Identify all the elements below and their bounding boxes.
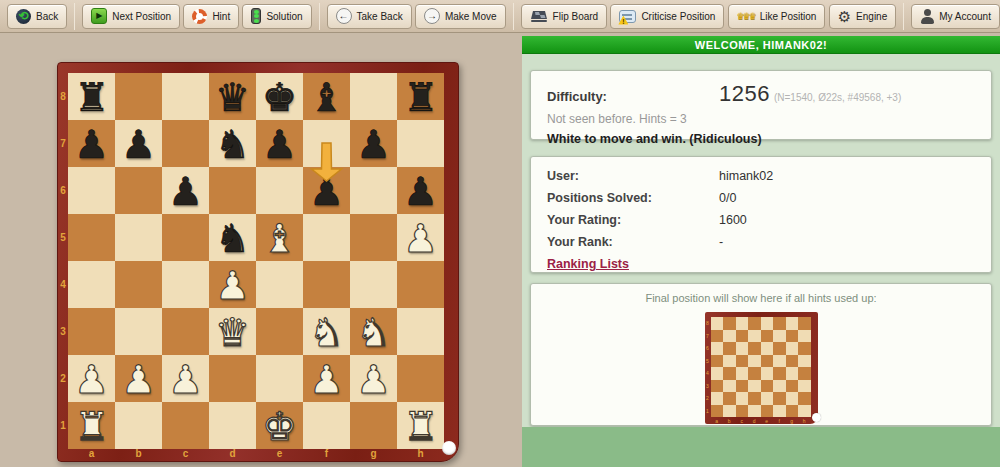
mini-square [761, 392, 774, 405]
square-d8[interactable]: ♛ [209, 73, 256, 120]
mini-square [711, 330, 724, 343]
mini-square [786, 330, 799, 343]
mini-square [748, 355, 761, 368]
square-h1[interactable]: ♜ [397, 402, 444, 449]
welcome-banner: WELCOME, HIMANK02! [522, 36, 1000, 54]
piece-black-rook[interactable]: ♜ [397, 73, 444, 120]
rating-row: Your Rating: 1600 [531, 209, 991, 231]
mini-square [773, 367, 786, 380]
rank-row: Your Rank: - [531, 231, 991, 253]
square-d4[interactable]: ♟ [209, 261, 256, 308]
piece-black-knight[interactable]: ♞ [209, 120, 256, 167]
square-g2[interactable]: ♟ [350, 355, 397, 402]
rank-label-1: 1 [58, 402, 68, 449]
mini-square [786, 355, 799, 368]
mini-square [736, 317, 749, 330]
square-b3[interactable] [115, 308, 162, 355]
square-f8[interactable]: ♝ [303, 73, 350, 120]
piece-white-pawn[interactable]: ♟ [68, 355, 115, 402]
positions-solved-row: Positions Solved: 0/0 [531, 187, 991, 209]
mini-square [773, 380, 786, 393]
square-b6[interactable] [115, 167, 162, 214]
traffic-light-icon [251, 8, 261, 24]
piece-black-knight[interactable]: ♞ [209, 214, 256, 261]
mini-square [761, 380, 774, 393]
flip-board-icon [530, 10, 548, 23]
square-a6[interactable] [68, 167, 115, 214]
square-c3[interactable] [162, 308, 209, 355]
mini-square [711, 342, 724, 355]
square-h8[interactable]: ♜ [397, 73, 444, 120]
mini-square [773, 342, 786, 355]
mini-square [723, 392, 736, 405]
mini-square [786, 367, 799, 380]
like-position-label: Like Position [760, 11, 817, 22]
square-g5[interactable] [350, 214, 397, 261]
final-position-note: Final position will show here if all hin… [531, 284, 991, 304]
mini-square [748, 330, 761, 343]
mini-square [773, 317, 786, 330]
mini-square [711, 355, 724, 368]
file-label-e: e [256, 448, 303, 460]
square-h7[interactable] [397, 120, 444, 167]
rank-label-3: 3 [58, 308, 68, 355]
lifebuoy-icon [192, 9, 207, 24]
user-row: User: himank02 [531, 165, 991, 187]
file-label-b: b [115, 448, 162, 460]
piece-black-bishop[interactable]: ♝ [303, 73, 350, 120]
square-c1[interactable] [162, 402, 209, 449]
my-account-label: My Account [939, 11, 991, 22]
mini-square [798, 380, 811, 393]
square-b1[interactable] [115, 402, 162, 449]
square-b4[interactable] [115, 261, 162, 308]
mini-square [736, 355, 749, 368]
toolbar-separator [74, 3, 75, 30]
mini-square [748, 317, 761, 330]
square-c8[interactable] [162, 73, 209, 120]
square-a1[interactable]: ♜ [68, 402, 115, 449]
mini-file-label: e [761, 418, 774, 424]
mini-square [736, 367, 749, 380]
square-f4[interactable] [303, 261, 350, 308]
square-d2[interactable] [209, 355, 256, 402]
mini-board: 87654321 abcdefgh [705, 312, 818, 424]
square-c6[interactable]: ♟ [162, 167, 209, 214]
rank-label-6: 6 [58, 167, 68, 214]
mini-square [723, 367, 736, 380]
mini-square [786, 342, 799, 355]
square-h4[interactable] [397, 261, 444, 308]
toolbar-separator [903, 3, 904, 30]
rank-label-4: 4 [58, 261, 68, 308]
panel-bottom-strip [522, 427, 1000, 467]
square-d5[interactable]: ♞ [209, 214, 256, 261]
piece-black-pawn[interactable]: ♟ [68, 120, 115, 167]
mini-square [711, 392, 724, 405]
mini-square [798, 330, 811, 343]
piece-white-pawn[interactable]: ♟ [162, 355, 209, 402]
square-g4[interactable] [350, 261, 397, 308]
piece-white-pawn[interactable]: ♟ [350, 355, 397, 402]
mini-square [786, 392, 799, 405]
mini-square [773, 392, 786, 405]
rank-label: Your Rank: [547, 235, 719, 249]
rating-label: Your Rating: [547, 213, 719, 227]
mini-side-indicator [812, 413, 821, 422]
piece-black-queen[interactable]: ♛ [209, 73, 256, 120]
mini-square [798, 342, 811, 355]
square-c7[interactable] [162, 120, 209, 167]
flip-board-button[interactable]: Flip Board [521, 4, 608, 29]
piece-white-rook[interactable]: ♜ [397, 402, 444, 449]
mini-square [723, 380, 736, 393]
mini-square [711, 367, 724, 380]
file-labels: abcdefgh [68, 448, 444, 460]
rank-label-8: 8 [58, 73, 68, 120]
mini-square [773, 405, 786, 418]
mini-square [736, 392, 749, 405]
square-a3[interactable] [68, 308, 115, 355]
take-back-button[interactable]: ← Take Back [327, 4, 412, 29]
file-label-c: c [162, 448, 209, 460]
task-line: White to move and win. (Ridiculous) [531, 126, 991, 146]
user-value: himank02 [719, 169, 773, 183]
mini-square [723, 330, 736, 343]
mini-file-label: b [723, 418, 736, 424]
square-d6[interactable] [209, 167, 256, 214]
mini-square [798, 317, 811, 330]
square-d3[interactable]: ♛ [209, 308, 256, 355]
back-label: Back [36, 11, 58, 22]
arrow-left-icon: ← [336, 8, 352, 24]
difficulty-label: Difficulty: [547, 89, 719, 104]
square-e6[interactable] [256, 167, 303, 214]
square-h3[interactable] [397, 308, 444, 355]
back-icon: ⟲ [16, 9, 31, 24]
final-position-card: Final position will show here if all hin… [530, 283, 992, 426]
stats-card: User: himank02 Positions Solved: 0/0 You… [530, 156, 992, 273]
square-a7[interactable]: ♟ [68, 120, 115, 167]
piece-white-pawn[interactable]: ♟ [303, 355, 350, 402]
mini-file-label: d [748, 418, 761, 424]
mini-square [748, 342, 761, 355]
difficulty-card: Difficulty: 1256 (N=1540, Ø22s, #49568, … [530, 70, 992, 140]
mini-file-label: h [798, 418, 811, 424]
square-f5[interactable] [303, 214, 350, 261]
square-g3[interactable]: ♞ [350, 308, 397, 355]
square-e1[interactable]: ♚ [256, 402, 303, 449]
make-move-button[interactable]: → Make Move [415, 4, 506, 29]
difficulty-meta: (N=1540, Ø22s, #49568, +3) [774, 92, 901, 103]
square-c5[interactable] [162, 214, 209, 261]
info-panel: WELCOME, HIMANK02! Difficulty: 1256 (N=1… [522, 36, 1000, 467]
square-e3[interactable] [256, 308, 303, 355]
mini-square [761, 342, 774, 355]
rank-label-5: 5 [58, 214, 68, 261]
my-account-button[interactable]: My Account [911, 4, 1000, 29]
mini-square [723, 355, 736, 368]
piece-black-king[interactable]: ♚ [256, 73, 303, 120]
mini-square [786, 317, 799, 330]
square-f2[interactable]: ♟ [303, 355, 350, 402]
mini-square [773, 355, 786, 368]
rank-label-7: 7 [58, 120, 68, 167]
mini-file-label: g [786, 418, 799, 424]
mini-square [736, 405, 749, 418]
mini-square [723, 342, 736, 355]
toolbar: ⟲ Back ▶ Next Position Hint Solution ← T… [0, 0, 1000, 33]
side-to-move-indicator [442, 441, 456, 455]
piece-white-pawn[interactable]: ♟ [397, 214, 444, 261]
mini-square [761, 367, 774, 380]
engine-button[interactable]: ⚙ Engine [829, 4, 897, 29]
square-g7[interactable]: ♟ [350, 120, 397, 167]
engine-label: Engine [856, 11, 887, 22]
piece-black-pawn[interactable]: ♟ [115, 120, 162, 167]
square-d7[interactable]: ♞ [209, 120, 256, 167]
square-f6[interactable]: ♟ [303, 167, 350, 214]
square-d1[interactable] [209, 402, 256, 449]
mini-file-labels: abcdefgh [711, 418, 811, 424]
mini-square [748, 380, 761, 393]
positions-solved-value: 0/0 [719, 191, 736, 205]
square-b7[interactable]: ♟ [115, 120, 162, 167]
square-a5[interactable] [68, 214, 115, 261]
mini-square [736, 380, 749, 393]
square-a4[interactable] [68, 261, 115, 308]
piece-white-knight[interactable]: ♞ [350, 308, 397, 355]
rank-label-2: 2 [58, 355, 68, 402]
mini-square [798, 392, 811, 405]
piece-black-rook[interactable]: ♜ [68, 73, 115, 120]
mini-file-label: f [773, 418, 786, 424]
piece-black-pawn[interactable]: ♟ [303, 167, 350, 214]
square-a8[interactable]: ♜ [68, 73, 115, 120]
toolbar-separator [319, 3, 320, 30]
piece-black-pawn[interactable]: ♟ [256, 120, 303, 167]
piece-black-pawn[interactable]: ♟ [162, 167, 209, 214]
file-label-a: a [68, 448, 115, 460]
square-b2[interactable]: ♟ [115, 355, 162, 402]
square-b5[interactable] [115, 214, 162, 261]
mini-file-label: a [711, 418, 724, 424]
mini-square [748, 405, 761, 418]
solution-label: Solution [266, 11, 302, 22]
speech-warning-icon: ! [619, 10, 636, 23]
arrow-right-icon: → [424, 8, 440, 24]
take-back-label: Take Back [357, 11, 403, 22]
file-label-f: f [303, 448, 350, 460]
piece-white-queen[interactable]: ♛ [209, 308, 256, 355]
piece-white-rook[interactable]: ♜ [68, 402, 115, 449]
engine-icon: ⚙ [838, 9, 851, 24]
next-position-button[interactable]: ▶ Next Position [82, 4, 180, 29]
criticise-position-button[interactable]: ! Criticise Position [610, 4, 724, 29]
piece-white-knight[interactable]: ♞ [303, 308, 350, 355]
piece-black-pawn[interactable]: ♟ [397, 167, 444, 214]
square-g6[interactable] [350, 167, 397, 214]
ranking-lists-link[interactable]: Ranking Lists [547, 257, 629, 271]
toolbar-separator [513, 3, 514, 30]
mini-square [786, 380, 799, 393]
square-f1[interactable] [303, 402, 350, 449]
status-line: Not seen before. Hints = 3 [531, 107, 991, 126]
chess-board: 87654321 abcdefgh ♜♛♚♝♜♟♟♞♟♟♟♟♟♞♝♟♟♛♞♞♟♟… [57, 62, 459, 462]
piece-black-pawn[interactable]: ♟ [350, 120, 397, 167]
square-g1[interactable] [350, 402, 397, 449]
rank-labels: 87654321 [58, 73, 68, 449]
difficulty-value: 1256 [719, 81, 770, 107]
make-move-label: Make Move [445, 11, 497, 22]
file-label-d: d [209, 448, 256, 460]
square-e5[interactable]: ♝ [256, 214, 303, 261]
mini-square [711, 380, 724, 393]
criticise-position-label: Criticise Position [641, 11, 715, 22]
mini-square [748, 367, 761, 380]
mini-square [723, 405, 736, 418]
mini-file-label: c [736, 418, 749, 424]
mini-square [736, 330, 749, 343]
square-h6[interactable]: ♟ [397, 167, 444, 214]
rank-value: - [719, 235, 723, 249]
mini-square [786, 405, 799, 418]
mini-board-grid [711, 317, 811, 417]
like-position-button[interactable]: ♛♛♛ Like Position [728, 4, 826, 29]
file-label-h: h [397, 448, 444, 460]
square-e8[interactable]: ♚ [256, 73, 303, 120]
mini-square [798, 367, 811, 380]
square-a2[interactable]: ♟ [68, 355, 115, 402]
mini-square [736, 342, 749, 355]
back-button[interactable]: ⟲ Back [7, 4, 67, 29]
square-g8[interactable] [350, 73, 397, 120]
crowns-icon: ♛♛♛ [737, 11, 755, 21]
piece-white-king[interactable]: ♚ [256, 402, 303, 449]
piece-white-bishop[interactable]: ♝ [256, 214, 303, 261]
square-e2[interactable] [256, 355, 303, 402]
mini-square [761, 405, 774, 418]
mini-square [761, 330, 774, 343]
square-c2[interactable]: ♟ [162, 355, 209, 402]
rating-value: 1600 [719, 213, 747, 227]
person-icon [920, 9, 934, 24]
piece-white-pawn[interactable]: ♟ [115, 355, 162, 402]
mini-square [748, 392, 761, 405]
next-position-label: Next Position [112, 11, 171, 22]
flip-board-label: Flip Board [553, 11, 599, 22]
file-label-g: g [350, 448, 397, 460]
user-label: User: [547, 169, 719, 183]
positions-solved-label: Positions Solved: [547, 191, 719, 205]
square-e4[interactable] [256, 261, 303, 308]
square-h5[interactable]: ♟ [397, 214, 444, 261]
square-h2[interactable] [397, 355, 444, 402]
square-f7[interactable] [303, 120, 350, 167]
mini-square [798, 355, 811, 368]
mini-square [711, 405, 724, 418]
solution-button[interactable]: Solution [242, 4, 311, 29]
mini-square [773, 330, 786, 343]
mini-square [798, 405, 811, 418]
square-b8[interactable] [115, 73, 162, 120]
square-e7[interactable]: ♟ [256, 120, 303, 167]
hint-label: Hint [212, 11, 230, 22]
board-grid: ♜♛♚♝♜♟♟♞♟♟♟♟♟♞♝♟♟♛♞♞♟♟♟♟♟♜♚♜ [68, 73, 444, 449]
square-f3[interactable]: ♞ [303, 308, 350, 355]
square-c4[interactable] [162, 261, 209, 308]
piece-white-pawn[interactable]: ♟ [209, 261, 256, 308]
mini-square [761, 355, 774, 368]
mini-square [711, 317, 724, 330]
mini-square [761, 317, 774, 330]
hint-button[interactable]: Hint [183, 4, 239, 29]
play-icon: ▶ [91, 8, 107, 24]
mini-square [723, 317, 736, 330]
